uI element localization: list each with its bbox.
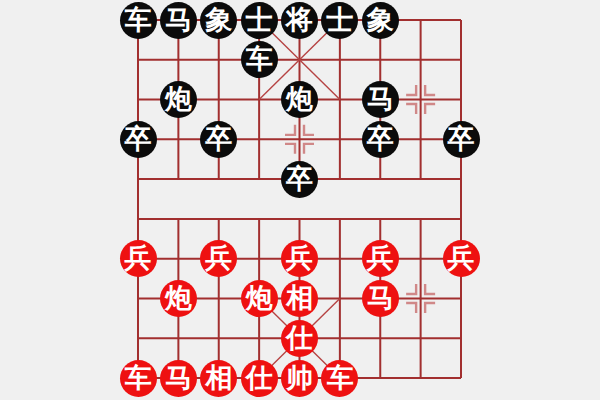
piece-black-chariot[interactable]: 车 xyxy=(120,2,157,39)
piece-black-cannon[interactable]: 炮 xyxy=(160,81,197,118)
piece-red-soldier[interactable]: 兵 xyxy=(200,240,237,277)
piece-red-horse[interactable]: 马 xyxy=(160,360,197,397)
piece-black-cannon[interactable]: 炮 xyxy=(281,81,318,118)
piece-red-soldier[interactable]: 兵 xyxy=(281,240,318,277)
piece-red-cannon[interactable]: 炮 xyxy=(241,280,278,317)
piece-black-general[interactable]: 将 xyxy=(281,2,318,39)
piece-red-chariot[interactable]: 车 xyxy=(321,360,358,397)
piece-black-advisor[interactable]: 士 xyxy=(241,2,278,39)
piece-black-soldier[interactable]: 卒 xyxy=(120,121,157,158)
piece-black-advisor[interactable]: 士 xyxy=(321,2,358,39)
piece-red-elephant[interactable]: 相 xyxy=(281,280,318,317)
piece-red-chariot[interactable]: 车 xyxy=(120,360,157,397)
piece-black-elephant[interactable]: 象 xyxy=(200,2,237,39)
piece-black-soldier[interactable]: 卒 xyxy=(362,121,399,158)
piece-red-horse[interactable]: 马 xyxy=(362,280,399,317)
piece-red-soldier[interactable]: 兵 xyxy=(362,240,399,277)
piece-black-soldier[interactable]: 卒 xyxy=(443,121,480,158)
xiangqi-app: 车马象士将士象车炮炮马卒卒卒卒卒兵兵兵兵兵炮炮相马仕车马相仕帅车 xyxy=(0,0,600,400)
piece-red-cannon[interactable]: 炮 xyxy=(160,280,197,317)
piece-red-soldier[interactable]: 兵 xyxy=(120,240,157,277)
piece-black-horse[interactable]: 马 xyxy=(362,81,399,118)
piece-black-horse[interactable]: 马 xyxy=(160,2,197,39)
piece-black-soldier[interactable]: 卒 xyxy=(281,161,318,198)
piece-red-elephant[interactable]: 相 xyxy=(200,360,237,397)
piece-black-elephant[interactable]: 象 xyxy=(362,2,399,39)
piece-red-soldier[interactable]: 兵 xyxy=(443,240,480,277)
piece-black-chariot[interactable]: 车 xyxy=(241,41,278,78)
piece-red-advisor[interactable]: 仕 xyxy=(281,320,318,357)
piece-black-soldier[interactable]: 卒 xyxy=(200,121,237,158)
piece-red-general[interactable]: 帅 xyxy=(281,360,318,397)
piece-red-advisor[interactable]: 仕 xyxy=(241,360,278,397)
